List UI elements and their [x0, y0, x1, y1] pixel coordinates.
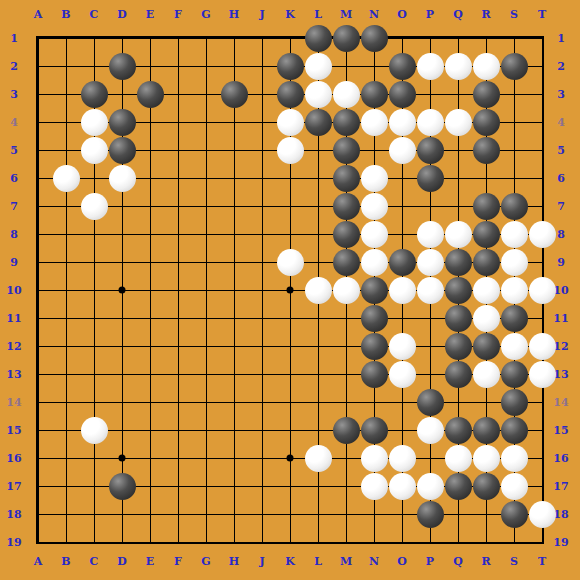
intersection[interactable]	[304, 220, 332, 248]
intersection[interactable]	[388, 304, 416, 332]
intersection[interactable]	[52, 80, 80, 108]
intersection[interactable]: ○	[416, 472, 444, 500]
intersection[interactable]: ○	[52, 164, 80, 192]
intersection[interactable]: ○	[528, 220, 556, 248]
intersection[interactable]	[192, 472, 220, 500]
intersection[interactable]	[164, 472, 192, 500]
intersection[interactable]: ○	[332, 276, 360, 304]
intersection[interactable]	[332, 52, 360, 80]
intersection[interactable]	[52, 304, 80, 332]
intersection[interactable]: ●	[472, 248, 500, 276]
intersection[interactable]	[444, 388, 472, 416]
intersection[interactable]	[80, 304, 108, 332]
intersection[interactable]	[248, 192, 276, 220]
intersection[interactable]	[528, 164, 556, 192]
intersection[interactable]	[80, 444, 108, 472]
intersection[interactable]	[52, 332, 80, 360]
intersection[interactable]	[164, 444, 192, 472]
intersection[interactable]	[192, 248, 220, 276]
intersection[interactable]	[192, 80, 220, 108]
intersection[interactable]: ●	[332, 192, 360, 220]
intersection[interactable]	[444, 136, 472, 164]
intersection[interactable]	[416, 304, 444, 332]
intersection[interactable]	[416, 332, 444, 360]
intersection[interactable]: ○	[388, 472, 416, 500]
intersection[interactable]	[444, 500, 472, 528]
intersection[interactable]	[220, 108, 248, 136]
intersection[interactable]	[220, 192, 248, 220]
intersection[interactable]: ●	[472, 332, 500, 360]
intersection[interactable]	[304, 192, 332, 220]
intersection[interactable]	[164, 276, 192, 304]
intersection[interactable]: ○	[500, 220, 528, 248]
intersection[interactable]	[24, 136, 52, 164]
intersection[interactable]	[416, 80, 444, 108]
intersection[interactable]	[80, 164, 108, 192]
intersection[interactable]	[388, 388, 416, 416]
intersection[interactable]: ○	[500, 472, 528, 500]
intersection[interactable]	[528, 52, 556, 80]
intersection[interactable]	[52, 52, 80, 80]
intersection[interactable]	[108, 500, 136, 528]
intersection[interactable]	[304, 136, 332, 164]
intersection[interactable]	[136, 52, 164, 80]
intersection[interactable]	[80, 332, 108, 360]
intersection[interactable]	[192, 304, 220, 332]
intersection[interactable]: ○	[444, 444, 472, 472]
intersection[interactable]	[136, 304, 164, 332]
intersection[interactable]	[248, 164, 276, 192]
intersection[interactable]: ●	[360, 24, 388, 52]
intersection[interactable]: ●	[472, 472, 500, 500]
intersection[interactable]	[276, 500, 304, 528]
intersection[interactable]	[360, 52, 388, 80]
intersection[interactable]: ○	[416, 52, 444, 80]
intersection[interactable]: ●	[108, 108, 136, 136]
intersection[interactable]	[416, 528, 444, 556]
intersection[interactable]	[192, 192, 220, 220]
intersection[interactable]	[220, 360, 248, 388]
intersection[interactable]	[24, 24, 52, 52]
intersection[interactable]: ○	[416, 276, 444, 304]
intersection[interactable]	[220, 304, 248, 332]
intersection[interactable]: ●	[444, 472, 472, 500]
intersection[interactable]	[192, 444, 220, 472]
intersection[interactable]: ●	[416, 500, 444, 528]
intersection[interactable]	[192, 360, 220, 388]
intersection[interactable]	[304, 304, 332, 332]
intersection[interactable]	[332, 444, 360, 472]
intersection[interactable]	[52, 248, 80, 276]
intersection[interactable]: ●	[388, 52, 416, 80]
intersection[interactable]	[24, 360, 52, 388]
intersection[interactable]: ●	[332, 108, 360, 136]
intersection[interactable]	[220, 164, 248, 192]
intersection[interactable]: ○	[388, 360, 416, 388]
intersection[interactable]: ○	[276, 108, 304, 136]
intersection[interactable]	[24, 276, 52, 304]
intersection[interactable]: ○	[304, 80, 332, 108]
intersection[interactable]	[528, 108, 556, 136]
intersection[interactable]	[248, 24, 276, 52]
intersection[interactable]	[164, 332, 192, 360]
intersection[interactable]	[220, 276, 248, 304]
intersection[interactable]	[276, 332, 304, 360]
intersection[interactable]	[528, 248, 556, 276]
intersection[interactable]	[220, 220, 248, 248]
intersection[interactable]	[192, 52, 220, 80]
intersection[interactable]	[164, 388, 192, 416]
intersection[interactable]	[52, 276, 80, 304]
intersection[interactable]: ●	[388, 248, 416, 276]
intersection[interactable]	[528, 444, 556, 472]
intersection[interactable]	[80, 220, 108, 248]
intersection[interactable]	[52, 416, 80, 444]
intersection[interactable]	[192, 164, 220, 192]
intersection[interactable]: ●	[80, 80, 108, 108]
intersection[interactable]	[80, 276, 108, 304]
intersection[interactable]	[164, 192, 192, 220]
intersection[interactable]: ○	[528, 276, 556, 304]
intersection[interactable]	[192, 220, 220, 248]
intersection[interactable]	[52, 136, 80, 164]
intersection[interactable]	[500, 108, 528, 136]
intersection[interactable]	[108, 192, 136, 220]
intersection[interactable]	[444, 528, 472, 556]
intersection[interactable]: ●	[472, 136, 500, 164]
intersection[interactable]	[472, 164, 500, 192]
intersection[interactable]	[248, 360, 276, 388]
intersection[interactable]	[220, 500, 248, 528]
intersection[interactable]: ●	[360, 304, 388, 332]
intersection[interactable]	[108, 24, 136, 52]
intersection[interactable]	[360, 136, 388, 164]
intersection[interactable]: ●	[472, 80, 500, 108]
intersection[interactable]	[108, 276, 136, 304]
intersection[interactable]	[24, 444, 52, 472]
intersection[interactable]	[108, 304, 136, 332]
intersection[interactable]: ○	[500, 248, 528, 276]
intersection[interactable]	[164, 108, 192, 136]
intersection[interactable]: ○	[444, 220, 472, 248]
intersection[interactable]	[108, 416, 136, 444]
intersection[interactable]: ●	[332, 164, 360, 192]
intersection[interactable]	[528, 388, 556, 416]
intersection[interactable]	[472, 500, 500, 528]
intersection[interactable]	[136, 472, 164, 500]
intersection[interactable]	[416, 192, 444, 220]
intersection[interactable]	[276, 220, 304, 248]
intersection[interactable]	[276, 444, 304, 472]
intersection[interactable]	[276, 304, 304, 332]
intersection[interactable]	[80, 52, 108, 80]
intersection[interactable]: ○	[500, 276, 528, 304]
intersection[interactable]: ○	[388, 136, 416, 164]
intersection[interactable]	[136, 108, 164, 136]
intersection[interactable]	[416, 444, 444, 472]
intersection[interactable]	[164, 24, 192, 52]
intersection[interactable]	[24, 108, 52, 136]
intersection[interactable]	[304, 164, 332, 192]
intersection[interactable]	[444, 192, 472, 220]
intersection[interactable]	[136, 220, 164, 248]
intersection[interactable]: ○	[80, 416, 108, 444]
intersection[interactable]	[276, 388, 304, 416]
intersection[interactable]: ○	[388, 108, 416, 136]
intersection[interactable]	[304, 416, 332, 444]
intersection[interactable]	[24, 164, 52, 192]
intersection[interactable]	[332, 528, 360, 556]
intersection[interactable]: ○	[108, 164, 136, 192]
intersection[interactable]	[332, 360, 360, 388]
intersection[interactable]: ●	[472, 108, 500, 136]
intersection[interactable]	[360, 528, 388, 556]
intersection[interactable]: ●	[276, 80, 304, 108]
intersection[interactable]	[164, 80, 192, 108]
intersection[interactable]	[500, 136, 528, 164]
intersection[interactable]	[52, 444, 80, 472]
intersection[interactable]	[136, 164, 164, 192]
intersection[interactable]	[192, 500, 220, 528]
intersection[interactable]	[192, 24, 220, 52]
intersection[interactable]: ●	[360, 416, 388, 444]
intersection[interactable]	[416, 360, 444, 388]
intersection[interactable]	[136, 276, 164, 304]
intersection[interactable]	[388, 24, 416, 52]
intersection[interactable]: ●	[360, 80, 388, 108]
intersection[interactable]	[248, 248, 276, 276]
intersection[interactable]	[276, 416, 304, 444]
intersection[interactable]	[164, 248, 192, 276]
intersection[interactable]	[248, 388, 276, 416]
intersection[interactable]	[24, 80, 52, 108]
intersection[interactable]	[500, 80, 528, 108]
intersection[interactable]	[108, 332, 136, 360]
intersection[interactable]: ○	[444, 52, 472, 80]
intersection[interactable]	[164, 220, 192, 248]
intersection[interactable]	[52, 472, 80, 500]
intersection[interactable]: ●	[108, 136, 136, 164]
intersection[interactable]	[248, 80, 276, 108]
intersection[interactable]	[248, 500, 276, 528]
intersection[interactable]: ○	[416, 248, 444, 276]
intersection[interactable]: ○	[500, 444, 528, 472]
intersection[interactable]	[472, 528, 500, 556]
intersection[interactable]	[192, 388, 220, 416]
intersection[interactable]	[52, 528, 80, 556]
intersection[interactable]	[248, 444, 276, 472]
intersection[interactable]	[108, 528, 136, 556]
intersection[interactable]	[388, 220, 416, 248]
intersection[interactable]	[500, 164, 528, 192]
intersection[interactable]	[108, 80, 136, 108]
intersection[interactable]	[192, 276, 220, 304]
intersection[interactable]: ●	[416, 388, 444, 416]
intersection[interactable]	[136, 360, 164, 388]
intersection[interactable]	[500, 24, 528, 52]
intersection[interactable]	[164, 416, 192, 444]
intersection[interactable]	[24, 248, 52, 276]
intersection[interactable]: ○	[360, 444, 388, 472]
intersection[interactable]	[248, 304, 276, 332]
intersection[interactable]: ●	[444, 248, 472, 276]
intersection[interactable]	[248, 528, 276, 556]
intersection[interactable]	[304, 500, 332, 528]
intersection[interactable]	[276, 24, 304, 52]
intersection[interactable]	[164, 304, 192, 332]
intersection[interactable]	[164, 52, 192, 80]
intersection[interactable]	[388, 416, 416, 444]
intersection[interactable]	[248, 472, 276, 500]
intersection[interactable]	[248, 52, 276, 80]
intersection[interactable]	[332, 472, 360, 500]
intersection[interactable]	[472, 388, 500, 416]
intersection[interactable]: ○	[304, 52, 332, 80]
intersection[interactable]: ○	[416, 108, 444, 136]
intersection[interactable]: ●	[500, 192, 528, 220]
intersection[interactable]	[332, 388, 360, 416]
intersection[interactable]	[192, 108, 220, 136]
intersection[interactable]	[136, 192, 164, 220]
intersection[interactable]: ○	[472, 304, 500, 332]
intersection[interactable]: ○	[276, 136, 304, 164]
intersection[interactable]	[360, 388, 388, 416]
intersection[interactable]: ○	[80, 136, 108, 164]
intersection[interactable]: ●	[500, 304, 528, 332]
intersection[interactable]	[24, 416, 52, 444]
intersection[interactable]	[108, 360, 136, 388]
intersection[interactable]: ●	[332, 248, 360, 276]
intersection[interactable]	[24, 472, 52, 500]
intersection[interactable]	[276, 164, 304, 192]
intersection[interactable]: ●	[500, 500, 528, 528]
intersection[interactable]	[304, 528, 332, 556]
intersection[interactable]	[388, 528, 416, 556]
intersection[interactable]	[276, 192, 304, 220]
intersection[interactable]: ●	[500, 388, 528, 416]
intersection[interactable]	[528, 80, 556, 108]
intersection[interactable]	[220, 472, 248, 500]
intersection[interactable]: ○	[472, 52, 500, 80]
intersection[interactable]: ○	[360, 164, 388, 192]
intersection[interactable]: ○	[360, 472, 388, 500]
intersection[interactable]: ●	[472, 220, 500, 248]
intersection[interactable]	[500, 528, 528, 556]
intersection[interactable]	[24, 332, 52, 360]
intersection[interactable]	[24, 220, 52, 248]
intersection[interactable]: ●	[108, 52, 136, 80]
intersection[interactable]	[472, 24, 500, 52]
intersection[interactable]: ●	[360, 332, 388, 360]
intersection[interactable]	[304, 332, 332, 360]
intersection[interactable]	[52, 192, 80, 220]
intersection[interactable]	[332, 332, 360, 360]
intersection[interactable]	[136, 500, 164, 528]
intersection[interactable]	[164, 528, 192, 556]
intersection[interactable]: ●	[500, 360, 528, 388]
intersection[interactable]	[136, 136, 164, 164]
intersection[interactable]	[276, 360, 304, 388]
intersection[interactable]	[164, 360, 192, 388]
intersection[interactable]	[80, 248, 108, 276]
intersection[interactable]	[332, 500, 360, 528]
intersection[interactable]: ○	[360, 248, 388, 276]
intersection[interactable]	[192, 528, 220, 556]
intersection[interactable]	[248, 276, 276, 304]
intersection[interactable]	[164, 164, 192, 192]
intersection[interactable]: ○	[528, 332, 556, 360]
intersection[interactable]	[220, 388, 248, 416]
intersection[interactable]	[220, 52, 248, 80]
intersection[interactable]	[24, 388, 52, 416]
intersection[interactable]: ●	[444, 276, 472, 304]
intersection[interactable]: ●	[500, 416, 528, 444]
intersection[interactable]	[192, 416, 220, 444]
intersection[interactable]	[248, 416, 276, 444]
intersection[interactable]	[220, 528, 248, 556]
intersection[interactable]: ○	[332, 80, 360, 108]
intersection[interactable]	[80, 360, 108, 388]
intersection[interactable]	[388, 164, 416, 192]
intersection[interactable]: ●	[416, 136, 444, 164]
intersection[interactable]	[24, 304, 52, 332]
intersection[interactable]	[192, 136, 220, 164]
intersection[interactable]	[332, 304, 360, 332]
intersection[interactable]: ●	[360, 360, 388, 388]
intersection[interactable]: ●	[388, 80, 416, 108]
intersection[interactable]	[80, 24, 108, 52]
intersection[interactable]: ●	[108, 472, 136, 500]
intersection[interactable]: ○	[80, 192, 108, 220]
intersection[interactable]	[388, 192, 416, 220]
intersection[interactable]	[528, 304, 556, 332]
intersection[interactable]	[108, 444, 136, 472]
intersection[interactable]	[52, 108, 80, 136]
intersection[interactable]	[52, 360, 80, 388]
intersection[interactable]	[444, 24, 472, 52]
intersection[interactable]	[220, 24, 248, 52]
intersection[interactable]	[528, 528, 556, 556]
intersection[interactable]	[108, 220, 136, 248]
intersection[interactable]: ○	[472, 360, 500, 388]
intersection[interactable]	[52, 24, 80, 52]
intersection[interactable]: ○	[360, 220, 388, 248]
intersection[interactable]	[444, 80, 472, 108]
intersection[interactable]: ○	[360, 108, 388, 136]
intersection[interactable]: ○	[276, 248, 304, 276]
intersection[interactable]	[136, 444, 164, 472]
intersection[interactable]: ●	[304, 108, 332, 136]
intersection[interactable]: ○	[388, 332, 416, 360]
intersection[interactable]	[444, 164, 472, 192]
intersection[interactable]	[80, 528, 108, 556]
intersection[interactable]	[304, 388, 332, 416]
intersection[interactable]	[136, 528, 164, 556]
intersection[interactable]	[136, 332, 164, 360]
intersection[interactable]	[24, 52, 52, 80]
intersection[interactable]	[108, 388, 136, 416]
intersection[interactable]	[136, 388, 164, 416]
intersection[interactable]	[52, 388, 80, 416]
intersection[interactable]	[52, 220, 80, 248]
intersection[interactable]: ●	[332, 416, 360, 444]
intersection[interactable]: ●	[276, 52, 304, 80]
intersection[interactable]	[528, 24, 556, 52]
intersection[interactable]: ●	[304, 24, 332, 52]
intersection[interactable]	[80, 388, 108, 416]
intersection[interactable]: ○	[500, 332, 528, 360]
intersection[interactable]: ●	[332, 24, 360, 52]
